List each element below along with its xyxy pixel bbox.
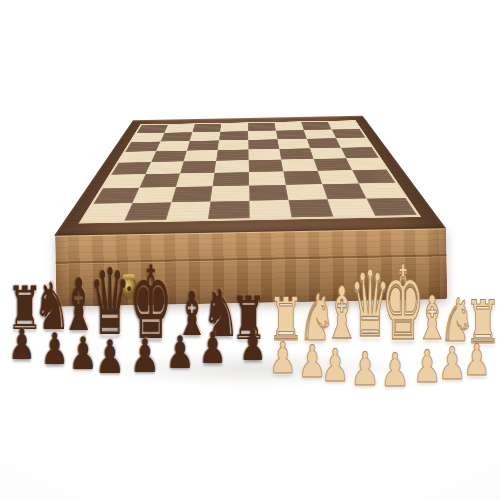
dark-pawn-1: ♟ bbox=[9, 324, 36, 366]
square-h6 bbox=[336, 138, 372, 148]
light-pawn-1: ♟ bbox=[269, 337, 297, 380]
square-b2 bbox=[132, 187, 176, 203]
square-g6 bbox=[307, 138, 341, 148]
light-pawn-5: ♟ bbox=[380, 346, 410, 392]
square-h5 bbox=[341, 147, 379, 158]
board-playing-area bbox=[78, 120, 421, 223]
square-f3 bbox=[283, 171, 322, 185]
square-d1 bbox=[208, 201, 250, 219]
square-c6 bbox=[187, 140, 219, 150]
square-f1 bbox=[288, 199, 333, 217]
square-e6 bbox=[248, 139, 279, 149]
square-h4 bbox=[346, 158, 386, 170]
light-pawn-7: ♟ bbox=[438, 341, 467, 386]
square-c1 bbox=[166, 202, 210, 220]
square-h1 bbox=[366, 198, 416, 216]
dark-pawn-2: ♟ bbox=[41, 328, 69, 371]
light-pawn-3: ♟ bbox=[321, 343, 350, 388]
square-c3 bbox=[176, 173, 214, 187]
dark-pawn-5: ♟ bbox=[130, 332, 160, 378]
square-c5 bbox=[184, 150, 218, 161]
square-e2 bbox=[249, 185, 288, 201]
light-pawn-4: ♟ bbox=[350, 345, 380, 391]
square-e3 bbox=[249, 171, 286, 185]
dark-pawn-8: ♟ bbox=[240, 325, 267, 367]
square-h3 bbox=[352, 169, 395, 183]
square-d2 bbox=[210, 186, 249, 202]
chess-set-product-photo: ♜♞♝♛♚♝♞♜♜♞♝♛♚♝♞♜♟♟♟♟♟♟♟♟♟♟♟♟♟♟♟♟ bbox=[0, 0, 500, 500]
square-b4 bbox=[146, 161, 184, 174]
square-h2 bbox=[359, 183, 406, 199]
square-b1 bbox=[124, 202, 171, 220]
folded-chess-board-box bbox=[0, 0, 500, 500]
square-d5 bbox=[216, 149, 249, 160]
square-d3 bbox=[213, 172, 250, 186]
square-c2 bbox=[171, 186, 212, 202]
square-e5 bbox=[248, 149, 281, 160]
square-f5 bbox=[279, 148, 313, 159]
square-b3 bbox=[139, 173, 180, 187]
board-grid bbox=[83, 121, 417, 221]
square-e4 bbox=[249, 160, 284, 173]
square-e1 bbox=[249, 200, 291, 218]
dark-pawn-4: ♟ bbox=[95, 333, 125, 379]
square-b5 bbox=[151, 151, 187, 162]
square-d4 bbox=[214, 160, 248, 173]
dark-pawn-6: ♟ bbox=[166, 330, 195, 375]
square-f6 bbox=[278, 139, 311, 149]
square-c4 bbox=[180, 161, 216, 174]
chess-board-top bbox=[54, 116, 446, 236]
light-pawn-8: ♟ bbox=[463, 339, 491, 382]
square-f4 bbox=[281, 159, 318, 172]
dark-pawn-7: ♟ bbox=[199, 327, 227, 370]
square-d6 bbox=[218, 140, 249, 150]
dark-pawn-3: ♟ bbox=[69, 331, 98, 376]
square-f2 bbox=[286, 184, 328, 200]
